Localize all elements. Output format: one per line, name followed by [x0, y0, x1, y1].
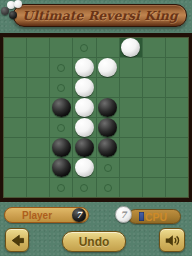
board-cell-e8[interactable] — [97, 178, 119, 197]
legal-move-hint — [57, 124, 65, 132]
black-disc — [98, 118, 117, 137]
white-disc — [75, 78, 94, 97]
board-cell-f1[interactable] — [120, 38, 142, 57]
board-cell-e4[interactable] — [97, 98, 119, 117]
cpu-score-pill: CPU — [128, 209, 181, 224]
player-label: Player — [22, 210, 52, 221]
white-disc — [121, 38, 140, 57]
black-disc — [52, 138, 71, 157]
board-cell-a5[interactable] — [4, 118, 26, 137]
board-cell-h6[interactable] — [166, 138, 188, 157]
board-cell-e2[interactable] — [97, 58, 119, 77]
board-cell-f6[interactable] — [120, 138, 142, 157]
board-cell-b4[interactable] — [27, 98, 49, 117]
board-cell-h7[interactable] — [166, 158, 188, 177]
sound-button[interactable] — [159, 228, 185, 252]
legal-move-hint — [104, 184, 112, 192]
board-cell-e1[interactable] — [97, 38, 119, 57]
decorative-gray-disc — [1, 7, 9, 15]
board-cell-h8[interactable] — [166, 178, 188, 197]
board-cell-f4[interactable] — [120, 98, 142, 117]
board-cell-e5[interactable] — [97, 118, 119, 137]
board-cell-b1[interactable] — [27, 38, 49, 57]
board-cell-c2[interactable] — [50, 58, 72, 77]
board-cell-g8[interactable] — [143, 178, 165, 197]
board-cell-f8[interactable] — [120, 178, 142, 197]
legal-move-hint — [80, 184, 88, 192]
board-cell-g2[interactable] — [143, 58, 165, 77]
board-cell-d2[interactable] — [73, 58, 95, 77]
board-cell-h1[interactable] — [166, 38, 188, 57]
legal-move-hint — [57, 64, 65, 72]
board-cell-b2[interactable] — [27, 58, 49, 77]
board-cell-f2[interactable] — [120, 58, 142, 77]
board-cell-f3[interactable] — [120, 78, 142, 97]
board-cell-g6[interactable] — [143, 138, 165, 157]
board-cell-d1[interactable] — [73, 38, 95, 57]
board-cell-c6[interactable] — [50, 138, 72, 157]
board-cell-a3[interactable] — [4, 78, 26, 97]
board-cell-b6[interactable] — [27, 138, 49, 157]
board-cell-a6[interactable] — [4, 138, 26, 157]
arrow-left-icon — [9, 232, 26, 249]
board-cell-h5[interactable] — [166, 118, 188, 137]
board-cell-b5[interactable] — [27, 118, 49, 137]
board-cell-c5[interactable] — [50, 118, 72, 137]
board-cell-c7[interactable] — [50, 158, 72, 177]
board-cell-c3[interactable] — [50, 78, 72, 97]
board — [0, 33, 192, 202]
board-cell-h4[interactable] — [166, 98, 188, 117]
black-disc — [98, 98, 117, 117]
board-cell-h3[interactable] — [166, 78, 188, 97]
legal-move-hint — [57, 184, 65, 192]
board-cell-d7[interactable] — [73, 158, 95, 177]
board-cell-c4[interactable] — [50, 98, 72, 117]
legal-move-hint — [104, 164, 112, 172]
player-score-badge: 7 — [72, 208, 86, 222]
board-cell-g5[interactable] — [143, 118, 165, 137]
speaker-icon — [164, 232, 181, 249]
board-cell-b7[interactable] — [27, 158, 49, 177]
legal-move-hint — [57, 84, 65, 92]
board-cell-d3[interactable] — [73, 78, 95, 97]
board-cell-g4[interactable] — [143, 98, 165, 117]
board-cell-g7[interactable] — [143, 158, 165, 177]
cpu-score-badge: 7 — [115, 206, 132, 223]
player-score-pill: Player 7 — [4, 207, 89, 223]
board-cell-c8[interactable] — [50, 178, 72, 197]
board-cell-d8[interactable] — [73, 178, 95, 197]
board-cell-f5[interactable] — [120, 118, 142, 137]
undo-button[interactable]: Undo — [62, 231, 126, 252]
board-cell-a7[interactable] — [4, 158, 26, 177]
title-banner: Ultimate Reversi King — [13, 4, 187, 27]
cpu-label: CPU — [145, 211, 167, 223]
board-cell-e3[interactable] — [97, 78, 119, 97]
board-cell-c1[interactable] — [50, 38, 72, 57]
board-cell-f7[interactable] — [120, 158, 142, 177]
undo-button-label: Undo — [79, 235, 110, 249]
turn-indicator — [139, 212, 144, 221]
legal-move-hint — [80, 44, 88, 52]
board-cell-a2[interactable] — [4, 58, 26, 77]
board-cell-h2[interactable] — [166, 58, 188, 77]
board-cell-b8[interactable] — [27, 178, 49, 197]
app-background: Ultimate Reversi King Player 7 7 CPU Und… — [0, 0, 192, 256]
board-cell-d4[interactable] — [73, 98, 95, 117]
board-cell-b3[interactable] — [27, 78, 49, 97]
board-cell-a4[interactable] — [4, 98, 26, 117]
board-cell-e6[interactable] — [97, 138, 119, 157]
white-disc — [75, 98, 94, 117]
board-cell-e7[interactable] — [97, 158, 119, 177]
app-title: Ultimate Reversi King — [22, 8, 177, 23]
back-button[interactable] — [5, 228, 29, 252]
board-cell-a8[interactable] — [4, 178, 26, 197]
decorative-white-disc — [14, 0, 22, 8]
white-disc — [98, 58, 117, 77]
black-disc — [75, 138, 94, 157]
board-cell-a1[interactable] — [4, 38, 26, 57]
board-cell-g1[interactable] — [143, 38, 165, 57]
white-disc — [75, 158, 94, 177]
black-disc — [98, 138, 117, 157]
black-disc — [52, 158, 71, 177]
decorative-black-disc — [9, 11, 17, 19]
board-cell-d5[interactable] — [73, 118, 95, 137]
board-cell-g3[interactable] — [143, 78, 165, 97]
black-disc — [52, 98, 71, 117]
board-cell-d6[interactable] — [73, 138, 95, 157]
white-disc — [75, 118, 94, 137]
white-disc — [75, 58, 94, 77]
